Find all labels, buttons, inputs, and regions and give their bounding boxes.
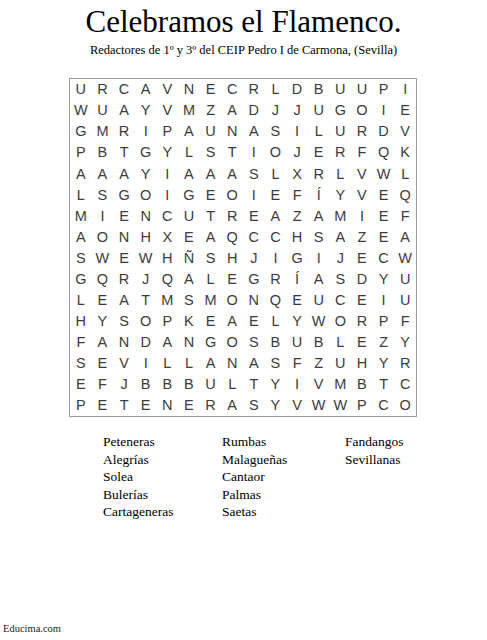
grid-cell-r8c12[interactable]: S: [308, 226, 330, 247]
grid-cell-r2c11[interactable]: J: [286, 100, 308, 121]
grid-cell-r7c5[interactable]: C: [157, 205, 179, 226]
grid-cell-r10c11[interactable]: Í: [286, 269, 308, 290]
grid-cell-r6c11[interactable]: F: [286, 184, 308, 205]
grid-cell-r14c3[interactable]: V: [113, 353, 135, 374]
grid-cell-r1c10[interactable]: L: [265, 79, 287, 100]
grid-cell-r9c15[interactable]: C: [373, 248, 395, 269]
grid-cell-r4c1[interactable]: P: [70, 142, 92, 163]
grid-cell-r4c5[interactable]: Y: [157, 142, 179, 163]
word-list-column-1: PetenerasAlegríasSoleaBuleríasCartagener…: [103, 433, 222, 521]
grid-cell-r6c16[interactable]: Q: [394, 184, 416, 205]
grid-cell-r4c2[interactable]: B: [92, 142, 114, 163]
grid-cell-r1c12[interactable]: B: [308, 79, 330, 100]
grid-cell-r14c7[interactable]: A: [200, 353, 222, 374]
word-list-item: Rumbas: [222, 433, 345, 451]
grid-cell-r11c4[interactable]: T: [135, 290, 157, 311]
grid-cell-r11c16[interactable]: U: [394, 290, 416, 311]
grid-cell-r10c8[interactable]: E: [221, 269, 243, 290]
grid-cell-r11c9[interactable]: N: [243, 290, 265, 311]
grid-cell-r2c15[interactable]: I: [373, 100, 395, 121]
grid-cell-r1c16[interactable]: I: [394, 79, 416, 100]
grid-cell-r4c10[interactable]: O: [265, 142, 287, 163]
grid-cell-r1c3[interactable]: C: [113, 79, 135, 100]
grid-cell-r12c2[interactable]: Y: [92, 311, 114, 332]
grid-cell-r2c13[interactable]: G: [330, 100, 352, 121]
grid-cell-r5c5[interactable]: I: [157, 163, 179, 184]
grid-cell-r2c4[interactable]: Y: [135, 100, 157, 121]
grid-cell-r15c11[interactable]: I: [286, 374, 308, 395]
word-list-column-2: RumbasMalagueñasCantaorPalmasSaetas: [222, 433, 345, 521]
grid-cell-r11c3[interactable]: A: [113, 290, 135, 311]
grid-cell-r14c13[interactable]: U: [330, 353, 352, 374]
grid-cell-r12c7[interactable]: E: [200, 311, 222, 332]
grid-cell-r1c9[interactable]: R: [243, 79, 265, 100]
grid-cell-r3c6[interactable]: A: [178, 121, 200, 142]
grid-cell-r4c11[interactable]: J: [286, 142, 308, 163]
grid-cell-r6c13[interactable]: Y: [330, 184, 352, 205]
grid-cell-r3c16[interactable]: V: [394, 121, 416, 142]
grid-cell-r10c9[interactable]: G: [243, 269, 265, 290]
grid-cell-r3c14[interactable]: R: [351, 121, 373, 142]
grid-cell-r1c15[interactable]: P: [373, 79, 395, 100]
grid-cell-r16c2[interactable]: E: [92, 395, 114, 416]
grid-cell-r9c5[interactable]: H: [157, 248, 179, 269]
grid-cell-r7c6[interactable]: U: [178, 205, 200, 226]
grid-cell-r8c10[interactable]: C: [265, 226, 287, 247]
grid-cell-r9c8[interactable]: H: [221, 248, 243, 269]
grid-cell-r1c1[interactable]: U: [70, 79, 92, 100]
grid-cell-r11c10[interactable]: Q: [265, 290, 287, 311]
grid-cell-r6c10[interactable]: E: [265, 184, 287, 205]
grid-cell-r8c7[interactable]: A: [200, 226, 222, 247]
grid-cell-r6c2[interactable]: S: [92, 184, 114, 205]
grid-cell-r10c14[interactable]: D: [351, 269, 373, 290]
grid-cell-r4c15[interactable]: Q: [373, 142, 395, 163]
grid-cell-r13c7[interactable]: G: [200, 332, 222, 353]
grid-cell-r6c12[interactable]: Í: [308, 184, 330, 205]
grid-cell-r9c10[interactable]: I: [265, 248, 287, 269]
grid-cell-r4c6[interactable]: L: [178, 142, 200, 163]
grid-cell-r16c9[interactable]: S: [243, 395, 265, 416]
grid-cell-r16c5[interactable]: N: [157, 395, 179, 416]
page-title: Celebramos el Flamenco.: [0, 4, 487, 40]
grid-cell-r13c6[interactable]: N: [178, 332, 200, 353]
grid-cell-r3c8[interactable]: N: [221, 121, 243, 142]
grid-cell-r3c7[interactable]: U: [200, 121, 222, 142]
grid-cell-r10c15[interactable]: Y: [373, 269, 395, 290]
grid-cell-r12c10[interactable]: L: [265, 311, 287, 332]
grid-cell-r9c11[interactable]: G: [286, 248, 308, 269]
watermark: Educima.com: [3, 623, 61, 634]
grid-cell-r2c12[interactable]: U: [308, 100, 330, 121]
grid-cell-r2c10[interactable]: J: [265, 100, 287, 121]
grid-cell-r13c8[interactable]: O: [221, 332, 243, 353]
grid-cell-r9c13[interactable]: J: [330, 248, 352, 269]
grid-cell-r4c16[interactable]: K: [394, 142, 416, 163]
grid-cell-r11c13[interactable]: C: [330, 290, 352, 311]
word-list-item: Bulerías: [103, 486, 222, 504]
grid-cell-r7c9[interactable]: E: [243, 205, 265, 226]
grid-cell-r7c3[interactable]: E: [113, 205, 135, 226]
grid-cell-r15c7[interactable]: U: [200, 374, 222, 395]
grid-cell-r13c11[interactable]: U: [286, 332, 308, 353]
grid-cell-r7c2[interactable]: I: [92, 205, 114, 226]
grid-cell-r7c11[interactable]: Z: [286, 205, 308, 226]
grid-cell-r16c15[interactable]: C: [373, 395, 395, 416]
grid-cell-r11c8[interactable]: O: [221, 290, 243, 311]
grid-cell-r5c12[interactable]: R: [308, 163, 330, 184]
grid-cell-r14c5[interactable]: L: [157, 353, 179, 374]
grid-cell-r11c12[interactable]: U: [308, 290, 330, 311]
grid-cell-r10c10[interactable]: R: [265, 269, 287, 290]
grid-cell-r16c12[interactable]: W: [308, 395, 330, 416]
grid-cell-r11c15[interactable]: I: [373, 290, 395, 311]
grid-cell-r10c5[interactable]: Q: [157, 269, 179, 290]
grid-cell-r11c1[interactable]: L: [70, 290, 92, 311]
grid-cell-r11c14[interactable]: E: [351, 290, 373, 311]
grid-cell-r10c3[interactable]: R: [113, 269, 135, 290]
grid-cell-r5c3[interactable]: A: [113, 163, 135, 184]
grid-cell-r1c8[interactable]: C: [221, 79, 243, 100]
grid-cell-r5c11[interactable]: X: [286, 163, 308, 184]
grid-cell-r14c14[interactable]: H: [351, 353, 373, 374]
grid-cell-r11c11[interactable]: E: [286, 290, 308, 311]
grid-cell-r13c5[interactable]: A: [157, 332, 179, 353]
grid-cell-r5c2[interactable]: A: [92, 163, 114, 184]
grid-cell-r16c10[interactable]: Y: [265, 395, 287, 416]
grid-cell-r15c8[interactable]: L: [221, 374, 243, 395]
grid-cell-r7c7[interactable]: T: [200, 205, 222, 226]
grid-cell-r8c4[interactable]: H: [135, 226, 157, 247]
grid-cell-r2c7[interactable]: Z: [200, 100, 222, 121]
grid-cell-r8c14[interactable]: Z: [351, 226, 373, 247]
grid-cell-r3c12[interactable]: L: [308, 121, 330, 142]
grid-cell-r8c6[interactable]: E: [178, 226, 200, 247]
grid-cell-r1c4[interactable]: A: [135, 79, 157, 100]
grid-cell-r9c4[interactable]: W: [135, 248, 157, 269]
grid-cell-r2c2[interactable]: U: [92, 100, 114, 121]
grid-cell-r8c11[interactable]: H: [286, 226, 308, 247]
grid-cell-r12c13[interactable]: O: [330, 311, 352, 332]
grid-cell-r15c4[interactable]: B: [135, 374, 157, 395]
grid-cell-r9c7[interactable]: S: [200, 248, 222, 269]
grid-cell-r15c1[interactable]: E: [70, 374, 92, 395]
grid-cell-r3c5[interactable]: P: [157, 121, 179, 142]
grid-cell-r15c16[interactable]: C: [394, 374, 416, 395]
grid-cell-r15c10[interactable]: Y: [265, 374, 287, 395]
grid-cell-r7c1[interactable]: M: [70, 205, 92, 226]
grid-cell-r14c16[interactable]: R: [394, 353, 416, 374]
grid-cell-r13c1[interactable]: F: [70, 332, 92, 353]
grid-cell-r7c14[interactable]: I: [351, 205, 373, 226]
grid-cell-r3c11[interactable]: I: [286, 121, 308, 142]
grid-cell-r16c3[interactable]: T: [113, 395, 135, 416]
grid-cell-r9c3[interactable]: E: [113, 248, 135, 269]
grid-cell-r1c5[interactable]: V: [157, 79, 179, 100]
grid-cell-r13c12[interactable]: B: [308, 332, 330, 353]
grid-cell-r5c9[interactable]: S: [243, 163, 265, 184]
grid-cell-r2c8[interactable]: A: [221, 100, 243, 121]
grid-cell-r9c2[interactable]: W: [92, 248, 114, 269]
grid-cell-r16c14[interactable]: P: [351, 395, 373, 416]
grid-cell-r11c7[interactable]: M: [200, 290, 222, 311]
grid-cell-r10c1[interactable]: G: [70, 269, 92, 290]
grid-cell-r4c3[interactable]: T: [113, 142, 135, 163]
grid-cell-r7c8[interactable]: R: [221, 205, 243, 226]
grid-cell-r13c2[interactable]: A: [92, 332, 114, 353]
grid-cell-r2c6[interactable]: M: [178, 100, 200, 121]
grid-cell-r2c5[interactable]: V: [157, 100, 179, 121]
grid-cell-r3c15[interactable]: D: [373, 121, 395, 142]
grid-cell-r3c2[interactable]: M: [92, 121, 114, 142]
grid-cell-r7c10[interactable]: A: [265, 205, 287, 226]
grid-cell-r1c14[interactable]: U: [351, 79, 373, 100]
grid-cell-r9c12[interactable]: I: [308, 248, 330, 269]
grid-cell-r2c1[interactable]: W: [70, 100, 92, 121]
grid-cell-r7c15[interactable]: E: [373, 205, 395, 226]
grid-cell-r9c14[interactable]: E: [351, 248, 373, 269]
grid-cell-r10c13[interactable]: S: [330, 269, 352, 290]
grid-cell-r16c4[interactable]: E: [135, 395, 157, 416]
grid-cell-r15c5[interactable]: B: [157, 374, 179, 395]
grid-cell-r14c2[interactable]: E: [92, 353, 114, 374]
grid-cell-r14c4[interactable]: I: [135, 353, 157, 374]
grid-cell-r10c2[interactable]: Q: [92, 269, 114, 290]
grid-cell-r13c14[interactable]: E: [351, 332, 373, 353]
grid-cell-r4c7[interactable]: S: [200, 142, 222, 163]
grid-cell-r13c13[interactable]: L: [330, 332, 352, 353]
grid-cell-r15c2[interactable]: F: [92, 374, 114, 395]
word-list-item: Malagueñas: [222, 451, 345, 469]
grid-cell-r4c13[interactable]: R: [330, 142, 352, 163]
grid-cell-r7c13[interactable]: M: [330, 205, 352, 226]
grid-cell-r12c9[interactable]: E: [243, 311, 265, 332]
grid-cell-r15c14[interactable]: B: [351, 374, 373, 395]
grid-cell-r12c16[interactable]: F: [394, 311, 416, 332]
word-search-page: Celebramos el Flamenco. Redactores de 1º…: [0, 0, 487, 640]
grid-cell-r7c12[interactable]: A: [308, 205, 330, 226]
grid-cell-r16c1[interactable]: P: [70, 395, 92, 416]
grid-cell-r5c4[interactable]: Y: [135, 163, 157, 184]
grid-cell-r8c1[interactable]: A: [70, 226, 92, 247]
grid-cell-r11c2[interactable]: E: [92, 290, 114, 311]
word-list-column-3: FandangosSevillanas: [345, 433, 404, 521]
grid-cell-r7c4[interactable]: N: [135, 205, 157, 226]
grid-cell-r12c15[interactable]: P: [373, 311, 395, 332]
grid-cell-r6c9[interactable]: I: [243, 184, 265, 205]
grid-cell-r14c9[interactable]: A: [243, 353, 265, 374]
grid-cell-r5c14[interactable]: V: [351, 163, 373, 184]
grid-cell-r12c6[interactable]: K: [178, 311, 200, 332]
grid-cell-r4c12[interactable]: E: [308, 142, 330, 163]
word-list-item: Saetas: [222, 503, 345, 521]
grid-cell-r15c13[interactable]: M: [330, 374, 352, 395]
grid-cell-r8c3[interactable]: N: [113, 226, 135, 247]
grid-cell-r14c12[interactable]: Z: [308, 353, 330, 374]
grid-cell-r15c6[interactable]: B: [178, 374, 200, 395]
grid-cell-r8c15[interactable]: E: [373, 226, 395, 247]
grid-cell-r16c7[interactable]: R: [200, 395, 222, 416]
grid-cell-r6c4[interactable]: O: [135, 184, 157, 205]
grid-cell-r16c6[interactable]: E: [178, 395, 200, 416]
grid-cell-r12c1[interactable]: H: [70, 311, 92, 332]
grid-cell-r2c9[interactable]: D: [243, 100, 265, 121]
grid-cell-r12c3[interactable]: S: [113, 311, 135, 332]
grid-cell-r13c10[interactable]: B: [265, 332, 287, 353]
grid-cell-r11c5[interactable]: M: [157, 290, 179, 311]
page-subtitle: Redactores de 1º y 3º del CEIP Pedro I d…: [0, 43, 487, 58]
grid-cell-r3c10[interactable]: S: [265, 121, 287, 142]
grid-cell-r6c8[interactable]: O: [221, 184, 243, 205]
grid-cell-r3c4[interactable]: I: [135, 121, 157, 142]
grid-cell-r1c6[interactable]: N: [178, 79, 200, 100]
grid-cell-r5c8[interactable]: A: [221, 163, 243, 184]
grid-cell-r4c9[interactable]: I: [243, 142, 265, 163]
grid-cell-r9c16[interactable]: W: [394, 248, 416, 269]
grid-cell-r10c6[interactable]: A: [178, 269, 200, 290]
grid-cell-r14c1[interactable]: S: [70, 353, 92, 374]
grid-cell-r16c13[interactable]: W: [330, 395, 352, 416]
word-list-item: Sevillanas: [345, 451, 404, 469]
grid-cell-r6c5[interactable]: I: [157, 184, 179, 205]
grid-cell-r5c13[interactable]: L: [330, 163, 352, 184]
grid-cell-r13c9[interactable]: S: [243, 332, 265, 353]
grid-cell-r8c2[interactable]: O: [92, 226, 114, 247]
grid-cell-r6c6[interactable]: G: [178, 184, 200, 205]
word-list-item: Peteneras: [103, 433, 222, 451]
grid-cell-r15c12[interactable]: V: [308, 374, 330, 395]
grid-cell-r12c8[interactable]: A: [221, 311, 243, 332]
grid-cell-r11c6[interactable]: S: [178, 290, 200, 311]
grid-cell-r1c7[interactable]: E: [200, 79, 222, 100]
grid-cell-r6c14[interactable]: V: [351, 184, 373, 205]
grid-cell-r9c6[interactable]: Ñ: [178, 248, 200, 269]
grid-cell-r5c10[interactable]: L: [265, 163, 287, 184]
grid-cell-r6c7[interactable]: E: [200, 184, 222, 205]
grid-cell-r10c12[interactable]: A: [308, 269, 330, 290]
grid-cell-r13c15[interactable]: Z: [373, 332, 395, 353]
grid-cell-r8c9[interactable]: C: [243, 226, 265, 247]
grid-cell-r5c1[interactable]: A: [70, 163, 92, 184]
grid-cell-r6c1[interactable]: L: [70, 184, 92, 205]
grid-cell-r1c13[interactable]: U: [330, 79, 352, 100]
grid-cell-r14c15[interactable]: Y: [373, 353, 395, 374]
grid-cell-r6c15[interactable]: E: [373, 184, 395, 205]
grid-cell-r6c3[interactable]: G: [113, 184, 135, 205]
grid-cell-r13c4[interactable]: D: [135, 332, 157, 353]
word-search-grid: URCAVNECRLDBUUPIWUAYVMZADJJUGOIEGMRIPAUN…: [69, 78, 417, 417]
grid-cell-r8c13[interactable]: A: [330, 226, 352, 247]
word-list: PetenerasAlegríasSoleaBuleríasCartagener…: [103, 433, 404, 521]
grid-cell-r10c4[interactable]: J: [135, 269, 157, 290]
grid-cell-r14c10[interactable]: S: [265, 353, 287, 374]
word-list-item: Cartageneras: [103, 503, 222, 521]
grid-cell-r15c3[interactable]: J: [113, 374, 135, 395]
grid-cell-r3c3[interactable]: R: [113, 121, 135, 142]
grid-cell-r5c7[interactable]: A: [200, 163, 222, 184]
grid-cell-r1c11[interactable]: D: [286, 79, 308, 100]
word-list-item: Palmas: [222, 486, 345, 504]
grid-cell-r12c11[interactable]: Y: [286, 311, 308, 332]
grid-cell-r15c9[interactable]: T: [243, 374, 265, 395]
grid-cell-r16c8[interactable]: A: [221, 395, 243, 416]
grid-cell-r3c9[interactable]: A: [243, 121, 265, 142]
grid-cell-r12c5[interactable]: P: [157, 311, 179, 332]
grid-cell-r13c3[interactable]: N: [113, 332, 135, 353]
grid-cell-r10c7[interactable]: L: [200, 269, 222, 290]
grid-cell-r9c1[interactable]: S: [70, 248, 92, 269]
grid-cell-r12c14[interactable]: R: [351, 311, 373, 332]
grid-cell-r2c3[interactable]: A: [113, 100, 135, 121]
grid-cell-r14c6[interactable]: L: [178, 353, 200, 374]
grid-cell-r12c4[interactable]: O: [135, 311, 157, 332]
grid-cell-r5c15[interactable]: W: [373, 163, 395, 184]
grid-cell-r2c14[interactable]: O: [351, 100, 373, 121]
grid-cell-r9c9[interactable]: J: [243, 248, 265, 269]
grid-cell-r5c16[interactable]: L: [394, 163, 416, 184]
word-list-item: Alegrías: [103, 451, 222, 469]
word-list-item: Fandangos: [345, 433, 404, 451]
grid-cell-r3c1[interactable]: G: [70, 121, 92, 142]
grid-cell-r8c8[interactable]: Q: [221, 226, 243, 247]
grid-cell-r14c11[interactable]: F: [286, 353, 308, 374]
grid-cell-r4c8[interactable]: T: [221, 142, 243, 163]
word-list-item: Solea: [103, 468, 222, 486]
grid-cell-r5c6[interactable]: A: [178, 163, 200, 184]
grid-cell-r8c16[interactable]: A: [394, 226, 416, 247]
grid-cell-r3c13[interactable]: U: [330, 121, 352, 142]
word-list-item: Cantaor: [222, 468, 345, 486]
grid-cell-r4c14[interactable]: F: [351, 142, 373, 163]
grid-cell-r4c4[interactable]: G: [135, 142, 157, 163]
grid-cell-r2c16[interactable]: E: [394, 100, 416, 121]
grid-cell-r1c2[interactable]: R: [92, 79, 114, 100]
grid-cell-r7c16[interactable]: F: [394, 205, 416, 226]
grid-cell-r13c16[interactable]: Y: [394, 332, 416, 353]
grid-cell-r14c8[interactable]: N: [221, 353, 243, 374]
grid-cell-r12c12[interactable]: W: [308, 311, 330, 332]
grid-cell-r15c15[interactable]: T: [373, 374, 395, 395]
grid-cell-r16c16[interactable]: O: [394, 395, 416, 416]
grid-cell-r10c16[interactable]: U: [394, 269, 416, 290]
grid-cell-r16c11[interactable]: V: [286, 395, 308, 416]
grid-cell-r8c5[interactable]: X: [157, 226, 179, 247]
